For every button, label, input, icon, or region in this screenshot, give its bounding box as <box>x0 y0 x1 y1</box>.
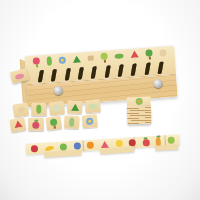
plant-icon <box>69 118 74 127</box>
fir-tree-icon <box>71 104 79 111</box>
fir-tree-icon <box>73 55 81 63</box>
picture-tile-round-tree[interactable] <box>46 116 62 131</box>
faint-sketch-icon <box>53 104 61 112</box>
picture-tile-radish[interactable] <box>28 118 43 131</box>
product-photo <box>0 0 200 200</box>
lid-slot-10[interactable] <box>157 61 163 73</box>
strip-tab <box>155 144 178 150</box>
metal-clasp-left[interactable] <box>54 86 64 96</box>
lid-slot-1[interactable] <box>38 69 44 81</box>
pink-flower-icon <box>15 72 25 79</box>
stack-top-picture-icon <box>135 98 142 105</box>
red-flower-icon <box>33 57 41 67</box>
fruit-strip[interactable] <box>26 134 181 160</box>
pale-mushroom-icon <box>159 49 166 56</box>
lid-slot-5[interactable] <box>91 66 97 78</box>
strip-tab <box>45 150 82 157</box>
faint-leaf-icon <box>88 103 97 109</box>
metal-clasp-right[interactable] <box>153 79 163 89</box>
apple-icon <box>31 145 38 152</box>
blank-icon <box>17 107 24 113</box>
strip-seam <box>82 140 84 151</box>
cactus-icon <box>36 105 41 114</box>
watermelon-icon <box>101 141 109 148</box>
picture-tile-faint-sketch[interactable] <box>49 101 65 116</box>
tile-stack-side <box>127 106 152 125</box>
picture-tile-blank[interactable] <box>12 103 29 118</box>
lid-slot-3[interactable] <box>64 68 70 80</box>
lid-slot-7[interactable] <box>118 64 124 76</box>
radish-icon <box>32 120 39 129</box>
red-apple-icon <box>129 139 136 146</box>
picture-tile-plant[interactable] <box>64 116 79 130</box>
tile-stack[interactable] <box>127 97 152 125</box>
round-tree-icon <box>50 118 58 129</box>
picture-tile-mushroom[interactable] <box>9 118 26 133</box>
picture-tile-fir-tree[interactable] <box>67 101 82 115</box>
pear-icon <box>167 137 174 144</box>
leafy-tree-icon <box>145 49 153 59</box>
sorting-box <box>24 46 177 106</box>
lid-slot-2[interactable] <box>51 69 57 81</box>
green-grapes-icon <box>60 143 67 150</box>
lid-slot-9[interactable] <box>144 62 150 74</box>
green-cactus-icon <box>47 56 53 65</box>
lid-slot-4[interactable] <box>78 67 84 79</box>
loose-tiles-row2 <box>10 114 98 132</box>
strip-tab <box>100 147 134 154</box>
plum-icon <box>73 142 80 149</box>
lemon-icon <box>115 140 122 147</box>
blue-daisy-icon <box>59 56 66 63</box>
round-tree-icon <box>100 52 108 62</box>
orange-icon <box>87 142 94 149</box>
red-mushroom-icon <box>130 50 139 61</box>
lid-slot-6[interactable] <box>104 65 110 77</box>
lid-slot-8[interactable] <box>131 63 137 75</box>
wooden-sign-icon <box>88 55 94 60</box>
picture-tile-blue-daisy[interactable] <box>82 114 98 128</box>
caterpillar-icon <box>114 53 123 59</box>
mushroom-icon <box>13 120 22 131</box>
picture-tile-cactus[interactable] <box>31 103 46 116</box>
picture-tile-faint-leaf[interactable] <box>85 99 101 113</box>
cherries-icon <box>142 137 150 146</box>
banana-icon <box>44 146 53 151</box>
blue-daisy-icon <box>86 118 94 126</box>
